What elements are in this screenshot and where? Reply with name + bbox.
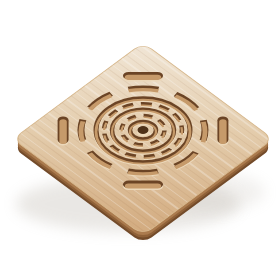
product-photo <box>0 0 280 280</box>
trivet-illustration <box>0 0 280 280</box>
slot-top-lip <box>125 75 161 80</box>
slot-bottom-lip <box>125 184 161 189</box>
slot-right-lip <box>219 119 226 144</box>
slot-left-lip <box>59 119 66 144</box>
